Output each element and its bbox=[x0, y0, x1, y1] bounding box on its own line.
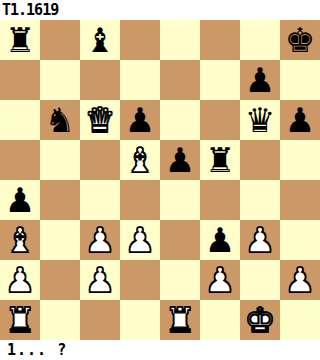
piece-white-pawn: ♟ bbox=[80, 260, 120, 300]
square-d1[interactable] bbox=[120, 300, 160, 340]
piece-white-pawn: ♟ bbox=[0, 260, 40, 300]
piece-black-pawn: ♟ bbox=[240, 60, 280, 100]
square-h4[interactable] bbox=[280, 180, 320, 220]
square-b5[interactable] bbox=[40, 140, 80, 180]
square-a5[interactable] bbox=[0, 140, 40, 180]
square-d3[interactable]: ♟ bbox=[120, 220, 160, 260]
square-h3[interactable] bbox=[280, 220, 320, 260]
square-h5[interactable] bbox=[280, 140, 320, 180]
piece-white-rook: ♜ bbox=[160, 300, 200, 340]
piece-white-king: ♚ bbox=[240, 300, 280, 340]
piece-black-rook: ♜ bbox=[0, 20, 40, 60]
square-a2[interactable]: ♟ bbox=[0, 260, 40, 300]
square-c5[interactable] bbox=[80, 140, 120, 180]
square-c8[interactable]: ♝ bbox=[80, 20, 120, 60]
square-b3[interactable] bbox=[40, 220, 80, 260]
piece-white-pawn: ♟ bbox=[120, 220, 160, 260]
square-a1[interactable]: ♜ bbox=[0, 300, 40, 340]
square-a4[interactable]: ♟ bbox=[0, 180, 40, 220]
piece-white-pawn: ♟ bbox=[80, 220, 120, 260]
square-c4[interactable] bbox=[80, 180, 120, 220]
piece-white-bishop: ♝ bbox=[0, 220, 40, 260]
chess-board: ♜♝♚♟♞♛♟♛♟♝♟♜♟♝♟♟♟♟♟♟♟♟♜♜♚ bbox=[0, 20, 320, 340]
piece-black-king: ♚ bbox=[280, 20, 320, 60]
square-g6[interactable]: ♛ bbox=[240, 100, 280, 140]
square-b2[interactable] bbox=[40, 260, 80, 300]
square-c2[interactable]: ♟ bbox=[80, 260, 120, 300]
square-d2[interactable] bbox=[120, 260, 160, 300]
piece-black-pawn: ♟ bbox=[120, 100, 160, 140]
square-e4[interactable] bbox=[160, 180, 200, 220]
square-h1[interactable] bbox=[280, 300, 320, 340]
square-c3[interactable]: ♟ bbox=[80, 220, 120, 260]
square-a6[interactable] bbox=[0, 100, 40, 140]
square-g4[interactable] bbox=[240, 180, 280, 220]
square-b6[interactable]: ♞ bbox=[40, 100, 80, 140]
piece-white-pawn: ♟ bbox=[280, 260, 320, 300]
square-a7[interactable] bbox=[0, 60, 40, 100]
square-f7[interactable] bbox=[200, 60, 240, 100]
square-d7[interactable] bbox=[120, 60, 160, 100]
square-h2[interactable]: ♟ bbox=[280, 260, 320, 300]
square-g3[interactable]: ♟ bbox=[240, 220, 280, 260]
square-f5[interactable]: ♜ bbox=[200, 140, 240, 180]
piece-black-pawn: ♟ bbox=[160, 140, 200, 180]
square-h8[interactable]: ♚ bbox=[280, 20, 320, 60]
square-b8[interactable] bbox=[40, 20, 80, 60]
square-d5[interactable]: ♝ bbox=[120, 140, 160, 180]
piece-white-pawn: ♟ bbox=[200, 260, 240, 300]
square-c6[interactable]: ♛ bbox=[80, 100, 120, 140]
piece-white-queen: ♛ bbox=[80, 100, 120, 140]
square-e7[interactable] bbox=[160, 60, 200, 100]
piece-black-pawn: ♟ bbox=[200, 220, 240, 260]
square-e8[interactable] bbox=[160, 20, 200, 60]
square-b1[interactable] bbox=[40, 300, 80, 340]
square-c7[interactable] bbox=[80, 60, 120, 100]
square-e6[interactable] bbox=[160, 100, 200, 140]
piece-white-pawn: ♟ bbox=[240, 220, 280, 260]
chess-app-window: T1.1619 ♜♝♚♟♞♛♟♛♟♝♟♜♟♝♟♟♟♟♟♟♟♟♜♜♚ 1... ? bbox=[0, 0, 320, 360]
square-g1[interactable]: ♚ bbox=[240, 300, 280, 340]
square-a3[interactable]: ♝ bbox=[0, 220, 40, 260]
square-e2[interactable] bbox=[160, 260, 200, 300]
move-prompt: 1... ? bbox=[0, 340, 320, 360]
square-g7[interactable]: ♟ bbox=[240, 60, 280, 100]
piece-white-bishop: ♝ bbox=[120, 140, 160, 180]
puzzle-id: T1.1619 bbox=[0, 0, 320, 20]
square-f6[interactable] bbox=[200, 100, 240, 140]
square-h6[interactable]: ♟ bbox=[280, 100, 320, 140]
piece-black-pawn: ♟ bbox=[0, 180, 40, 220]
square-g5[interactable] bbox=[240, 140, 280, 180]
square-f2[interactable]: ♟ bbox=[200, 260, 240, 300]
piece-black-queen: ♛ bbox=[240, 100, 280, 140]
square-a8[interactable]: ♜ bbox=[0, 20, 40, 60]
square-e5[interactable]: ♟ bbox=[160, 140, 200, 180]
piece-black-rook: ♜ bbox=[200, 140, 240, 180]
square-d4[interactable] bbox=[120, 180, 160, 220]
piece-black-bishop: ♝ bbox=[80, 20, 120, 60]
square-d6[interactable]: ♟ bbox=[120, 100, 160, 140]
piece-black-knight: ♞ bbox=[40, 100, 80, 140]
square-f8[interactable] bbox=[200, 20, 240, 60]
piece-black-pawn: ♟ bbox=[280, 100, 320, 140]
square-e3[interactable] bbox=[160, 220, 200, 260]
square-b7[interactable] bbox=[40, 60, 80, 100]
piece-white-rook: ♜ bbox=[0, 300, 40, 340]
square-h7[interactable] bbox=[280, 60, 320, 100]
square-g8[interactable] bbox=[240, 20, 280, 60]
square-f4[interactable] bbox=[200, 180, 240, 220]
square-g2[interactable] bbox=[240, 260, 280, 300]
square-d8[interactable] bbox=[120, 20, 160, 60]
square-c1[interactable] bbox=[80, 300, 120, 340]
square-e1[interactable]: ♜ bbox=[160, 300, 200, 340]
square-f3[interactable]: ♟ bbox=[200, 220, 240, 260]
square-f1[interactable] bbox=[200, 300, 240, 340]
square-b4[interactable] bbox=[40, 180, 80, 220]
